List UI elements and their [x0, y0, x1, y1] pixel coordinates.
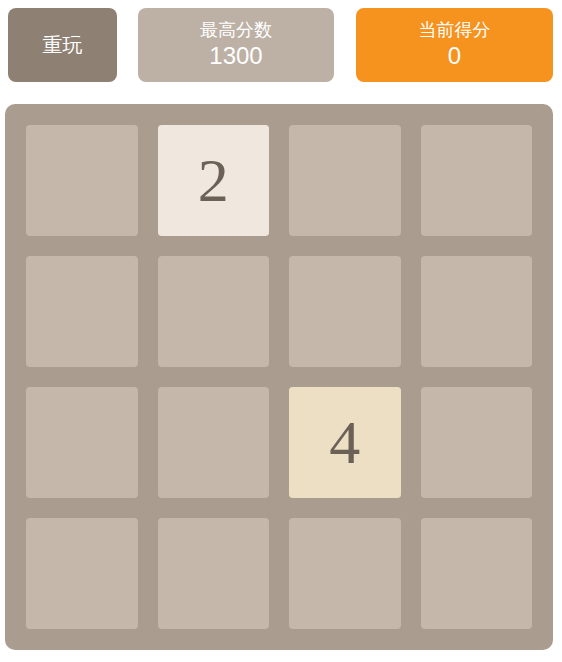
top-bar: 重玩 最高分数 1300 当前得分 0	[8, 8, 553, 82]
board-cell-r3c2	[158, 387, 270, 498]
board-cell-r4c1	[26, 518, 138, 629]
board-cell-r1c4	[421, 125, 533, 236]
current-score-value: 0	[448, 41, 461, 71]
current-score-box: 当前得分 0	[356, 8, 553, 82]
best-score-label: 最高分数	[200, 19, 272, 42]
board-cell-r2c4	[421, 256, 533, 367]
board-cell-r4c2	[158, 518, 270, 629]
best-score-box: 最高分数 1300	[138, 8, 334, 82]
board-cell-r2c1	[26, 256, 138, 367]
replay-button[interactable]: 重玩	[8, 8, 117, 82]
tile-2: 2	[158, 125, 270, 236]
board-cell-r3c4	[421, 387, 533, 498]
board-cell-r1c3	[289, 125, 401, 236]
game-board[interactable]: 2 4	[5, 104, 553, 650]
current-score-label: 当前得分	[419, 19, 491, 42]
board-cell-r4c4	[421, 518, 533, 629]
board-cell-r3c3: 4	[289, 387, 401, 498]
tile-4: 4	[289, 387, 401, 498]
board-cell-r1c1	[26, 125, 138, 236]
board-cell-r2c2	[158, 256, 270, 367]
board-cell-r3c1	[26, 387, 138, 498]
board-cell-r2c3	[289, 256, 401, 367]
best-score-value: 1300	[209, 41, 262, 71]
board-cell-r4c3	[289, 518, 401, 629]
board-cell-r1c2: 2	[158, 125, 270, 236]
game-window: 重玩 最高分数 1300 当前得分 0 2 4	[0, 0, 562, 662]
